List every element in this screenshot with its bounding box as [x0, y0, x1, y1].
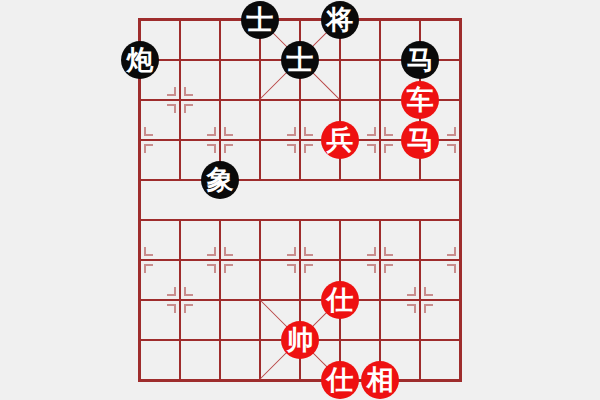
position-mark: [407, 304, 416, 313]
piece-glyph: 相: [367, 366, 394, 393]
position-mark: [447, 264, 456, 273]
grid-line-vertical: [179, 220, 181, 380]
position-mark: [447, 247, 456, 256]
position-mark: [167, 287, 176, 296]
piece-glyph: 马: [407, 46, 434, 73]
position-mark: [207, 247, 216, 256]
piece-black-horse[interactable]: 马: [401, 41, 439, 79]
piece-red-elephant[interactable]: 相: [361, 361, 399, 399]
position-mark: [184, 104, 193, 113]
position-mark: [407, 287, 416, 296]
grid-line-vertical: [219, 220, 221, 380]
position-mark: [304, 144, 313, 153]
position-mark: [184, 87, 193, 96]
piece-glyph: 象: [207, 166, 234, 193]
piece-glyph: 仕: [327, 286, 354, 313]
position-mark: [224, 247, 233, 256]
grid-line-vertical: [419, 220, 421, 380]
xiangqi-board[interactable]: 士将炮士马车兵马象仕帅仕相: [0, 0, 600, 400]
position-mark: [224, 127, 233, 136]
position-mark: [207, 144, 216, 153]
piece-red-soldier[interactable]: 兵: [321, 121, 359, 159]
position-mark: [287, 264, 296, 273]
piece-glyph: 帅: [287, 326, 314, 353]
position-mark: [424, 304, 433, 313]
position-mark: [304, 127, 313, 136]
position-mark: [384, 264, 393, 273]
position-mark: [304, 264, 313, 273]
position-mark: [384, 144, 393, 153]
position-mark: [184, 304, 193, 313]
grid-line-vertical: [219, 20, 221, 180]
position-mark: [287, 144, 296, 153]
piece-red-general[interactable]: 帅: [281, 321, 319, 359]
grid-line-vertical: [179, 20, 181, 180]
position-mark: [367, 264, 376, 273]
piece-red-advisor[interactable]: 仕: [321, 281, 359, 319]
piece-black-advisor[interactable]: 士: [241, 1, 279, 39]
position-mark: [167, 87, 176, 96]
grid-line-vertical: [379, 220, 381, 380]
position-mark: [207, 264, 216, 273]
piece-glyph: 车: [407, 86, 434, 113]
position-mark: [144, 144, 153, 153]
position-mark: [367, 144, 376, 153]
position-mark: [424, 287, 433, 296]
piece-glyph: 士: [247, 6, 274, 33]
position-mark: [447, 127, 456, 136]
position-mark: [144, 264, 153, 273]
piece-black-cannon[interactable]: 炮: [121, 41, 159, 79]
piece-glyph: 士: [287, 46, 314, 73]
piece-glyph: 兵: [327, 126, 354, 153]
position-mark: [167, 104, 176, 113]
piece-glyph: 将: [327, 6, 354, 33]
piece-black-elephant[interactable]: 象: [201, 161, 239, 199]
position-mark: [144, 247, 153, 256]
grid-line-vertical: [379, 20, 381, 180]
piece-red-chariot[interactable]: 车: [401, 81, 439, 119]
position-mark: [287, 127, 296, 136]
position-mark: [287, 247, 296, 256]
position-mark: [367, 127, 376, 136]
position-mark: [384, 127, 393, 136]
position-mark: [367, 247, 376, 256]
position-mark: [447, 144, 456, 153]
position-mark: [144, 127, 153, 136]
position-mark: [304, 247, 313, 256]
position-mark: [384, 247, 393, 256]
position-mark: [207, 127, 216, 136]
piece-black-general[interactable]: 将: [321, 1, 359, 39]
piece-glyph: 马: [407, 126, 434, 153]
xiangqi-app: 士将炮士马车兵马象仕帅仕相: [0, 0, 600, 400]
position-mark: [224, 264, 233, 273]
piece-glyph: 炮: [127, 46, 154, 73]
piece-glyph: 仕: [327, 366, 354, 393]
piece-black-advisor[interactable]: 士: [281, 41, 319, 79]
position-mark: [224, 144, 233, 153]
piece-red-horse[interactable]: 马: [401, 121, 439, 159]
position-mark: [184, 287, 193, 296]
position-mark: [167, 304, 176, 313]
piece-red-advisor[interactable]: 仕: [321, 361, 359, 399]
